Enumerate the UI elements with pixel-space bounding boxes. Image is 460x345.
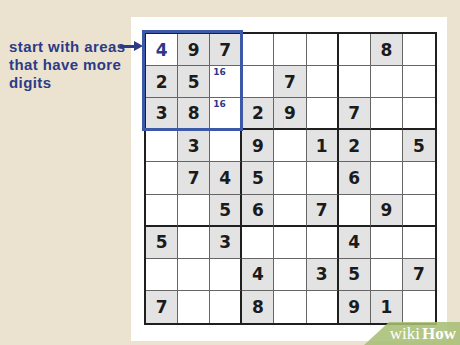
cell-r9c3[interactable]: [210, 291, 242, 323]
hint-line-2: that have more: [9, 56, 139, 74]
cell-r9c2[interactable]: [178, 291, 210, 323]
cell-r3c9[interactable]: [403, 98, 435, 130]
cell-r4c4[interactable]: 9: [242, 130, 274, 162]
sudoku-step-illustration: start with areas that have more digits 4…: [0, 0, 460, 345]
arrow-right-icon: [134, 41, 143, 51]
cell-r8c7[interactable]: 5: [339, 259, 371, 291]
cell-r4c6[interactable]: 1: [307, 130, 339, 162]
sudoku-grid: 4978251673816297391257456567953443577891: [144, 32, 437, 325]
cell-r5c1[interactable]: [146, 162, 178, 194]
cell-r6c8[interactable]: 9: [371, 195, 403, 227]
cell-r4c5[interactable]: [274, 130, 306, 162]
cell-r7c5[interactable]: [274, 227, 306, 259]
cell-r3c5[interactable]: 9: [274, 98, 306, 130]
cell-r7c9[interactable]: [403, 227, 435, 259]
cell-r9c5[interactable]: [274, 291, 306, 323]
cell-r3c3[interactable]: 16: [210, 98, 242, 130]
cell-r9c4[interactable]: 8: [242, 291, 274, 323]
cell-r2c8[interactable]: [371, 66, 403, 98]
cell-r6c6[interactable]: 7: [307, 195, 339, 227]
cell-r2c6[interactable]: [307, 66, 339, 98]
cell-r1c2[interactable]: 9: [178, 34, 210, 66]
cell-r8c3[interactable]: [210, 259, 242, 291]
cell-r2c7[interactable]: [339, 66, 371, 98]
cell-r5c7[interactable]: 6: [339, 162, 371, 194]
cell-r4c1[interactable]: [146, 130, 178, 162]
cell-r4c3[interactable]: [210, 130, 242, 162]
cell-r3c6[interactable]: [307, 98, 339, 130]
cell-r8c1[interactable]: [146, 259, 178, 291]
cell-r3c1[interactable]: 3: [146, 98, 178, 130]
cell-r5c3[interactable]: 4: [210, 162, 242, 194]
cell-r6c7[interactable]: [339, 195, 371, 227]
cell-r6c5[interactable]: [274, 195, 306, 227]
cell-r9c9[interactable]: [403, 291, 435, 323]
cell-r3c4[interactable]: 2: [242, 98, 274, 130]
cell-r7c6[interactable]: [307, 227, 339, 259]
cell-r9c6[interactable]: [307, 291, 339, 323]
cell-r5c8[interactable]: [371, 162, 403, 194]
cell-r2c1[interactable]: 2: [146, 66, 178, 98]
cell-r8c4[interactable]: 4: [242, 259, 274, 291]
cell-r7c7[interactable]: 4: [339, 227, 371, 259]
cell-r5c6[interactable]: [307, 162, 339, 194]
cell-r9c1[interactable]: 7: [146, 291, 178, 323]
cell-r2c5[interactable]: 7: [274, 66, 306, 98]
wikihow-logo-how: How: [422, 324, 456, 344]
cell-r3c2[interactable]: 8: [178, 98, 210, 130]
cell-r8c5[interactable]: [274, 259, 306, 291]
cell-r8c2[interactable]: [178, 259, 210, 291]
wikihow-logo-wiki: wiki: [390, 324, 420, 344]
pencil-marks: 16: [213, 99, 226, 109]
cell-r2c2[interactable]: 5: [178, 66, 210, 98]
cell-r9c8[interactable]: 1: [371, 291, 403, 323]
cell-r6c2[interactable]: [178, 195, 210, 227]
cell-r5c9[interactable]: [403, 162, 435, 194]
cell-r6c9[interactable]: [403, 195, 435, 227]
cell-r1c1[interactable]: 4: [146, 34, 178, 66]
cell-r8c8[interactable]: [371, 259, 403, 291]
pencil-marks: 16: [213, 67, 226, 77]
cell-r7c3[interactable]: 3: [210, 227, 242, 259]
cell-r3c8[interactable]: [371, 98, 403, 130]
cell-r1c3[interactable]: 7: [210, 34, 242, 66]
hint-line-3: digits: [9, 74, 139, 92]
cell-r4c8[interactable]: [371, 130, 403, 162]
cell-r9c7[interactable]: 9: [339, 291, 371, 323]
cell-r7c8[interactable]: [371, 227, 403, 259]
cell-r7c4[interactable]: [242, 227, 274, 259]
cell-r2c9[interactable]: [403, 66, 435, 98]
cell-r3c7[interactable]: 7: [339, 98, 371, 130]
cell-r4c7[interactable]: 2: [339, 130, 371, 162]
cell-r5c5[interactable]: [274, 162, 306, 194]
cell-r1c9[interactable]: [403, 34, 435, 66]
cell-r1c8[interactable]: 8: [371, 34, 403, 66]
cell-r8c6[interactable]: 3: [307, 259, 339, 291]
cell-r6c1[interactable]: [146, 195, 178, 227]
cell-r1c7[interactable]: [339, 34, 371, 66]
cell-r5c2[interactable]: 7: [178, 162, 210, 194]
cell-r1c4[interactable]: [242, 34, 274, 66]
cell-r4c2[interactable]: 3: [178, 130, 210, 162]
cell-r1c5[interactable]: [274, 34, 306, 66]
cell-r1c6[interactable]: [307, 34, 339, 66]
cell-r8c9[interactable]: 7: [403, 259, 435, 291]
cell-r2c4[interactable]: [242, 66, 274, 98]
cell-r7c1[interactable]: 5: [146, 227, 178, 259]
cell-r2c3[interactable]: 16: [210, 66, 242, 98]
cell-r6c4[interactable]: 6: [242, 195, 274, 227]
cell-r6c3[interactable]: 5: [210, 195, 242, 227]
cell-r4c9[interactable]: 5: [403, 130, 435, 162]
cell-r7c2[interactable]: [178, 227, 210, 259]
cell-r5c4[interactable]: 5: [242, 162, 274, 194]
